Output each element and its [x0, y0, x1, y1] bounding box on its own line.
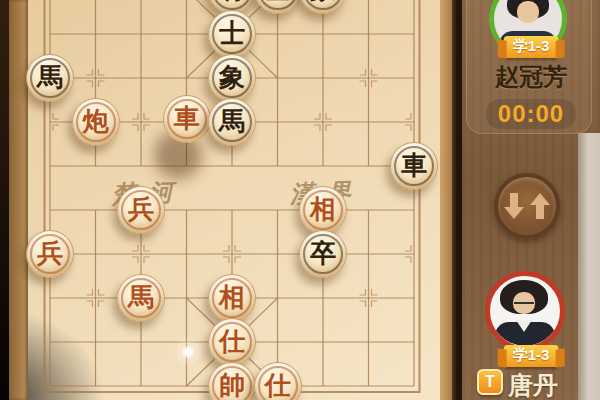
- piece-red-相[interactable]: 相: [208, 274, 256, 322]
- piece-black-車[interactable]: 車: [390, 142, 438, 190]
- game-screen: 楚河 漢界 將士象士馬象炮車馬車兵相兵卒馬相仕帥仕 学1-3 赵冠芳 00:00: [0, 0, 600, 400]
- right-edge-strip: [578, 133, 600, 400]
- piece-glyph: 相: [219, 280, 245, 315]
- piece-black-士[interactable]: 士: [254, 0, 302, 14]
- swap-sides-button[interactable]: [494, 173, 560, 239]
- piece-red-兵[interactable]: 兵: [26, 230, 74, 278]
- piece-glyph: 車: [401, 148, 427, 183]
- piece-red-炮[interactable]: 炮: [72, 98, 120, 146]
- bottom-player-badge: 学1-3: [504, 345, 559, 367]
- piece-red-帥[interactable]: 帥: [208, 362, 256, 400]
- title-t-icon: T: [477, 369, 503, 395]
- piece-glyph: 炮: [83, 104, 109, 139]
- top-player-badge: 学1-3: [504, 36, 559, 58]
- piece-glyph: 象: [219, 60, 245, 95]
- piece-glyph: 象: [310, 0, 336, 7]
- glasses-icon: [514, 302, 534, 308]
- piece-red-兵[interactable]: 兵: [117, 186, 165, 234]
- piece-glyph: 將: [219, 0, 245, 7]
- piece-glyph: 兵: [128, 192, 154, 227]
- piece-layer: 將士象士馬象炮車馬車兵相兵卒馬相仕帥仕: [27, 0, 437, 400]
- piece-glyph: 仕: [265, 368, 291, 400]
- piece-glyph: 馬: [128, 280, 154, 315]
- bottom-player-name: 唐丹: [508, 369, 558, 400]
- piece-black-馬[interactable]: 馬: [26, 54, 74, 102]
- piece-glyph: 車: [174, 101, 200, 136]
- piece-glyph: 馬: [219, 104, 245, 139]
- avatar-photo: [490, 276, 560, 346]
- top-player-name: 赵冠芳: [462, 61, 600, 93]
- piece-glyph: 相: [310, 192, 336, 227]
- piece-red-馬[interactable]: 馬: [117, 274, 165, 322]
- piece-red-相[interactable]: 相: [299, 186, 347, 234]
- arrow-down-icon: [504, 193, 524, 219]
- piece-black-象[interactable]: 象: [208, 54, 256, 102]
- piece-glyph: 馬: [37, 60, 63, 95]
- arrow-up-icon: [530, 193, 550, 219]
- piece-black-士[interactable]: 士: [208, 10, 256, 58]
- cursor-sparkle: [180, 344, 196, 360]
- piece-black-卒[interactable]: 卒: [299, 230, 347, 278]
- bottom-player-avatar[interactable]: [485, 271, 565, 351]
- piece-glyph: 士: [219, 16, 245, 51]
- top-player-timer: 00:00: [486, 99, 576, 129]
- piece-glyph: 士: [265, 0, 291, 7]
- xiangqi-board: 楚河 漢界 將士象士馬象炮車馬車兵相兵卒馬相仕帥仕: [0, 0, 462, 400]
- piece-red-車[interactable]: 車: [163, 95, 211, 143]
- piece-glyph: 兵: [37, 236, 63, 271]
- piece-glyph: 帥: [219, 368, 245, 400]
- piece-glyph: 卒: [310, 236, 336, 271]
- piece-black-馬[interactable]: 馬: [208, 98, 256, 146]
- piece-red-仕[interactable]: 仕: [208, 318, 256, 366]
- sidebar: 学1-3 赵冠芳 00:00 学1-3 T 唐丹: [462, 0, 600, 400]
- piece-black-象[interactable]: 象: [299, 0, 347, 14]
- avatar-face: [517, 1, 539, 23]
- piece-red-仕[interactable]: 仕: [254, 362, 302, 400]
- piece-glyph: 仕: [219, 324, 245, 359]
